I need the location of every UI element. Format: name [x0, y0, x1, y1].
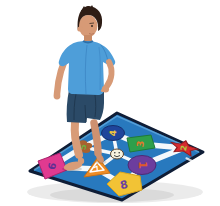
product-photo-scene: 4 3 2 1 8 7 6	[0, 0, 220, 206]
station-number: 1	[136, 161, 149, 169]
smiley-face-icon	[111, 149, 124, 159]
boy-eye	[91, 25, 93, 27]
station-4: 4	[102, 126, 125, 141]
boy-leg-back	[94, 123, 98, 153]
boy-brow	[90, 23, 95, 24]
scene-canvas: 4 3 2 1 8 7 6	[0, 0, 220, 206]
boy-face	[79, 15, 98, 37]
boy-leg-front	[75, 123, 79, 155]
boy-thumb	[101, 89, 104, 92]
station-number: 4	[108, 129, 119, 136]
station-number: 3	[134, 140, 146, 148]
boy-heel-front	[78, 158, 84, 164]
boy-ear	[77, 26, 82, 31]
boy-arm-near	[107, 62, 111, 86]
boy-neck	[84, 35, 92, 41]
boy-hand-far	[54, 93, 61, 100]
station-1: 1	[128, 156, 156, 175]
